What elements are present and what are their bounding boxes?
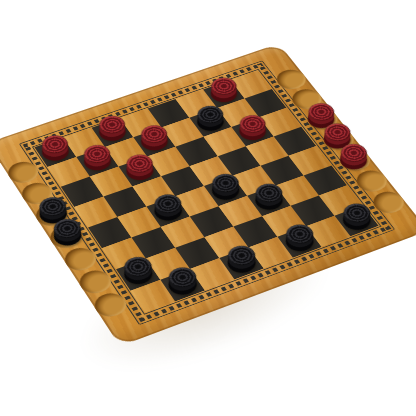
- tray-pocket: [90, 290, 132, 321]
- board-3d-wrapper: ⛀⛀⛀⛀⛀⛂⛀⛀⛂⛂⛂⛂⛂⛂⛂⛂ ⛂⛂ ⛀⛀⛀: [0, 43, 416, 346]
- checkers-board: ⛀⛀⛀⛀⛀⛂⛀⛀⛂⛂⛂⛂⛂⛂⛂⛂ ⛂⛂ ⛀⛀⛀: [0, 43, 416, 346]
- photo-canvas: ⛀⛀⛀⛀⛀⛂⛀⛀⛂⛂⛂⛂⛂⛂⛂⛂ ⛂⛂ ⛀⛀⛀: [0, 0, 416, 416]
- scene: ⛀⛀⛀⛀⛀⛂⛀⛀⛂⛂⛂⛂⛂⛂⛂⛂ ⛂⛂ ⛀⛀⛀: [0, 0, 416, 416]
